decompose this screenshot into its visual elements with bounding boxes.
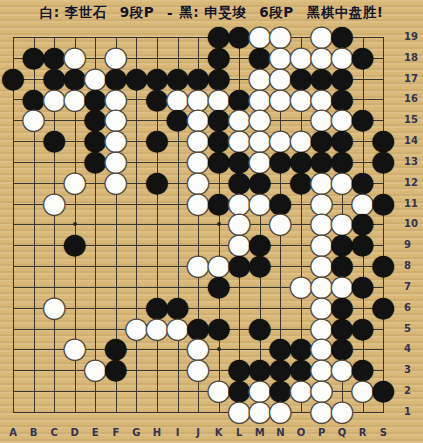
board-point-L8[interactable]: ●	[229, 256, 250, 277]
board-point-B15[interactable]: ●	[23, 110, 44, 131]
black-stone: ●	[104, 355, 128, 383]
board-point-E7[interactable]	[85, 277, 106, 298]
board-point-J11[interactable]: ●	[188, 193, 209, 214]
board-point-R15[interactable]: ●	[352, 110, 373, 131]
board-point-S19[interactable]	[373, 27, 394, 48]
board-point-C3[interactable]	[44, 360, 65, 381]
column-label-S: S	[377, 427, 389, 438]
black-stone: ●	[145, 126, 169, 154]
board-point-C6[interactable]: ●	[44, 297, 65, 318]
board-point-I19[interactable]	[167, 27, 188, 48]
board-point-E9[interactable]	[85, 235, 106, 256]
board-point-E5[interactable]	[85, 318, 106, 339]
board-point-B10[interactable]	[23, 214, 44, 235]
column-label-F: F	[110, 427, 122, 438]
board-point-G17[interactable]: ●	[126, 68, 147, 89]
board-point-C9[interactable]	[44, 235, 65, 256]
board-point-M8[interactable]: ●	[249, 256, 270, 277]
board-point-B11[interactable]	[23, 193, 44, 214]
board-point-A15[interactable]	[3, 110, 24, 131]
board-point-H5[interactable]: ●	[147, 318, 168, 339]
board-point-A5[interactable]	[3, 318, 24, 339]
board-point-Q12[interactable]: ●	[332, 172, 353, 193]
board-point-N13[interactable]: ●	[270, 152, 291, 173]
board-point-G2[interactable]	[126, 381, 147, 402]
board-point-B3[interactable]	[23, 360, 44, 381]
column-label-Q: Q	[336, 427, 348, 438]
row-label-5: 5	[401, 323, 423, 335]
board-point-D12[interactable]: ●	[64, 172, 85, 193]
board-point-A6[interactable]	[3, 297, 24, 318]
board-point-P1[interactable]: ●	[311, 402, 332, 423]
board-point-K13[interactable]: ●	[208, 152, 229, 173]
black-stone: ●	[62, 230, 86, 258]
row-label-14: 14	[401, 135, 423, 147]
board-point-C16[interactable]: ●	[44, 89, 65, 110]
row-label-6: 6	[401, 302, 423, 314]
board-point-G11[interactable]	[126, 193, 147, 214]
board-point-N1[interactable]: ●	[270, 402, 291, 423]
column-label-N: N	[274, 427, 286, 438]
board-point-E6[interactable]	[85, 297, 106, 318]
board-point-S18[interactable]	[373, 47, 394, 68]
board-point-F8[interactable]	[106, 256, 127, 277]
column-label-P: P	[316, 427, 328, 438]
board-point-F1[interactable]	[106, 402, 127, 423]
board-point-E3[interactable]: ●	[85, 360, 106, 381]
row-label-9: 9	[401, 239, 423, 251]
row-label-17: 17	[401, 73, 423, 85]
board-point-C4[interactable]	[44, 339, 65, 360]
row-label-12: 12	[401, 177, 423, 189]
board-point-D9[interactable]: ●	[64, 235, 85, 256]
board-point-A11[interactable]	[3, 193, 24, 214]
board-point-K2[interactable]: ●	[208, 381, 229, 402]
board-point-B5[interactable]	[23, 318, 44, 339]
column-label-D: D	[69, 427, 81, 438]
board-point-H10[interactable]	[147, 214, 168, 235]
board-point-D16[interactable]: ●	[64, 89, 85, 110]
board-point-A13[interactable]	[3, 152, 24, 173]
board-point-A17[interactable]: ●	[3, 68, 24, 89]
column-label-M: M	[254, 427, 266, 438]
row-label-8: 8	[401, 260, 423, 272]
board-point-L5[interactable]	[229, 318, 250, 339]
board-point-S17[interactable]	[373, 68, 394, 89]
board-point-B4[interactable]	[23, 339, 44, 360]
row-label-19: 19	[401, 31, 423, 43]
board-point-O9[interactable]	[291, 235, 312, 256]
board-point-H9[interactable]	[147, 235, 168, 256]
board-point-C2[interactable]	[44, 381, 65, 402]
board-point-D7[interactable]	[64, 277, 85, 298]
column-label-L: L	[233, 427, 245, 438]
board-point-I1[interactable]	[167, 402, 188, 423]
black-stone: ●	[145, 167, 169, 195]
board-point-H16[interactable]: ●	[147, 89, 168, 110]
board-point-G10[interactable]	[126, 214, 147, 235]
board-point-I12[interactable]	[167, 172, 188, 193]
board-point-H14[interactable]: ●	[147, 131, 168, 152]
board-point-E10[interactable]	[85, 214, 106, 235]
board-point-M11[interactable]: ●	[249, 193, 270, 214]
board-point-O7[interactable]: ●	[291, 277, 312, 298]
board-point-K5[interactable]: ●	[208, 318, 229, 339]
board-point-I13[interactable]	[167, 152, 188, 173]
board-point-G3[interactable]	[126, 360, 147, 381]
board-point-B7[interactable]	[23, 277, 44, 298]
board-point-L1[interactable]: ●	[229, 402, 250, 423]
white-player-label: 白: 李世石	[40, 4, 107, 22]
row-label-2: 2	[401, 385, 423, 397]
board-point-R9[interactable]: ●	[352, 235, 373, 256]
board-point-O2[interactable]: ●	[291, 381, 312, 402]
board-point-L6[interactable]	[229, 297, 250, 318]
board-point-S16[interactable]	[373, 89, 394, 110]
board-point-I11[interactable]	[167, 193, 188, 214]
board-point-I5[interactable]: ●	[167, 318, 188, 339]
board-point-S8[interactable]: ●	[373, 256, 394, 277]
board-point-A7[interactable]	[3, 277, 24, 298]
row-label-1: 1	[401, 406, 423, 418]
board-point-H1[interactable]	[147, 402, 168, 423]
board-point-H3[interactable]	[147, 360, 168, 381]
row-label-4: 4	[401, 343, 423, 355]
board-point-C8[interactable]	[44, 256, 65, 277]
board-point-G15[interactable]	[126, 110, 147, 131]
board-point-G13[interactable]	[126, 152, 147, 173]
row-label-18: 18	[401, 52, 423, 64]
board-point-F3[interactable]: ●	[106, 360, 127, 381]
white-stone: ●	[104, 167, 128, 195]
board-point-N7[interactable]	[270, 277, 291, 298]
board-point-Q1[interactable]: ●	[332, 402, 353, 423]
board-point-C14[interactable]: ●	[44, 131, 65, 152]
board-point-A3[interactable]	[3, 360, 24, 381]
board-point-B18[interactable]: ●	[23, 47, 44, 68]
board-point-N6[interactable]	[270, 297, 291, 318]
board-point-G7[interactable]	[126, 277, 147, 298]
board-point-B9[interactable]	[23, 235, 44, 256]
board-point-S4[interactable]	[373, 339, 394, 360]
board-point-G14[interactable]	[126, 131, 147, 152]
board-point-G8[interactable]	[126, 256, 147, 277]
board-point-R5[interactable]: ●	[352, 318, 373, 339]
board-point-J1[interactable]	[188, 402, 209, 423]
row-label-7: 7	[401, 281, 423, 293]
board-point-A2[interactable]	[3, 381, 24, 402]
board-point-B2[interactable]	[23, 381, 44, 402]
row-label-11: 11	[401, 198, 423, 210]
board-point-A4[interactable]	[3, 339, 24, 360]
board-point-O16[interactable]: ●	[291, 89, 312, 110]
board-point-F6[interactable]	[106, 297, 127, 318]
column-label-K: K	[213, 427, 225, 438]
board-point-D6[interactable]	[64, 297, 85, 318]
board-point-M5[interactable]: ●	[249, 318, 270, 339]
board-point-H19[interactable]	[147, 27, 168, 48]
board-point-I2[interactable]	[167, 381, 188, 402]
board-point-A14[interactable]	[3, 131, 24, 152]
board-point-R2[interactable]: ●	[352, 381, 373, 402]
board-point-O12[interactable]: ●	[291, 172, 312, 193]
board-point-N16[interactable]: ●	[270, 89, 291, 110]
board-point-Q3[interactable]: ●	[332, 360, 353, 381]
board-point-D1[interactable]	[64, 402, 85, 423]
column-label-B: B	[28, 427, 40, 438]
board-point-I8[interactable]	[167, 256, 188, 277]
board-point-H12[interactable]: ●	[147, 172, 168, 193]
board-point-G9[interactable]	[126, 235, 147, 256]
board-point-G12[interactable]	[126, 172, 147, 193]
board-point-H2[interactable]	[147, 381, 168, 402]
row-label-3: 3	[401, 364, 423, 376]
players-separator: -	[167, 5, 173, 21]
board-point-F7[interactable]	[106, 277, 127, 298]
board-point-B13[interactable]	[23, 152, 44, 173]
board-point-B12[interactable]	[23, 172, 44, 193]
board-point-A1[interactable]	[3, 402, 24, 423]
board-point-E19[interactable]	[85, 27, 106, 48]
white-player-rank: 9段P	[120, 4, 154, 22]
white-stone: ●	[42, 292, 66, 320]
board-point-C11[interactable]: ●	[44, 193, 65, 214]
board-point-F10[interactable]	[106, 214, 127, 235]
column-label-H: H	[151, 427, 163, 438]
board-point-A12[interactable]	[3, 172, 24, 193]
column-label-A: A	[7, 427, 19, 438]
board-point-A8[interactable]	[3, 256, 24, 277]
board-point-A10[interactable]	[3, 214, 24, 235]
board-point-F12[interactable]: ●	[106, 172, 127, 193]
board-point-J19[interactable]	[188, 27, 209, 48]
column-label-G: G	[130, 427, 142, 438]
board-point-L19[interactable]: ●	[229, 27, 250, 48]
board-point-N10[interactable]: ●	[270, 214, 291, 235]
board-point-M1[interactable]: ●	[249, 402, 270, 423]
column-label-C: C	[48, 427, 60, 438]
board-point-A19[interactable]	[3, 27, 24, 48]
board-point-J3[interactable]: ●	[188, 360, 209, 381]
board-point-K7[interactable]: ●	[208, 277, 229, 298]
row-label-15: 15	[401, 114, 423, 126]
board-point-G5[interactable]: ●	[126, 318, 147, 339]
white-stone: ●	[330, 396, 354, 424]
board-point-B6[interactable]	[23, 297, 44, 318]
column-label-I: I	[172, 427, 184, 438]
board-point-G19[interactable]	[126, 27, 147, 48]
board-point-A9[interactable]	[3, 235, 24, 256]
black-stone: ●	[206, 271, 230, 299]
white-stone: ●	[268, 396, 292, 424]
column-label-O: O	[295, 427, 307, 438]
board-point-E13[interactable]: ●	[85, 152, 106, 173]
board-point-D14[interactable]	[64, 131, 85, 152]
go-game-viewer: { "game": "go", "header": { "white_label…	[0, 0, 423, 443]
board-point-K11[interactable]: ●	[208, 193, 229, 214]
black-stone: ●	[42, 126, 66, 154]
board-point-N8[interactable]	[270, 256, 291, 277]
board-point-C1[interactable]	[44, 402, 65, 423]
black-stone: ●	[248, 251, 272, 279]
board-point-E1[interactable]	[85, 402, 106, 423]
board-point-I3[interactable]	[167, 360, 188, 381]
board-point-E11[interactable]	[85, 193, 106, 214]
board-point-I9[interactable]	[167, 235, 188, 256]
row-label-13: 13	[401, 156, 423, 168]
board-point-F9[interactable]	[106, 235, 127, 256]
column-label-J: J	[192, 427, 204, 438]
board-point-S11[interactable]: ●	[373, 193, 394, 214]
board-point-I15[interactable]: ●	[167, 110, 188, 131]
board-point-B8[interactable]	[23, 256, 44, 277]
column-label-R: R	[357, 427, 369, 438]
board-point-O10[interactable]	[291, 214, 312, 235]
white-stone: ●	[42, 188, 66, 216]
black-stone: ●	[371, 376, 395, 404]
board-point-J8[interactable]: ●	[188, 256, 209, 277]
board-point-S2[interactable]: ●	[373, 381, 394, 402]
board-point-I10[interactable]	[167, 214, 188, 235]
column-label-E: E	[89, 427, 101, 438]
board-point-H8[interactable]	[147, 256, 168, 277]
go-board: ●●●●●●●●●●●●●●●●●●●●●●●●●●●●●●●●●●●●●●●●…	[3, 27, 394, 423]
board-point-S13[interactable]: ●	[373, 152, 394, 173]
row-label-16: 16	[401, 93, 423, 105]
board-point-D2[interactable]	[64, 381, 85, 402]
board-point-R7[interactable]: ●	[352, 277, 373, 298]
board-point-E8[interactable]	[85, 256, 106, 277]
board-point-R18[interactable]: ●	[352, 47, 373, 68]
board-point-S6[interactable]: ●	[373, 297, 394, 318]
board-point-D4[interactable]: ●	[64, 339, 85, 360]
row-label-10: 10	[401, 218, 423, 230]
board-point-G1[interactable]	[126, 402, 147, 423]
board-point-B1[interactable]	[23, 402, 44, 423]
